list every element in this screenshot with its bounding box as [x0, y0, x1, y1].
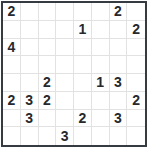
empty-cell-r7c8[interactable] [127, 110, 145, 128]
clue-cell-r5c7: 3 [110, 74, 128, 92]
empty-cell-r2c7[interactable] [110, 21, 128, 39]
empty-cell-r8c2[interactable] [21, 127, 39, 145]
clue-cell-r1c7: 2 [110, 3, 128, 21]
empty-cell-r7c4[interactable] [56, 110, 74, 128]
empty-cell-r7c3[interactable] [39, 110, 57, 128]
clue-cell-r1c1: 2 [3, 3, 21, 21]
clue-cell-r3c1: 4 [3, 39, 21, 57]
empty-cell-r1c5[interactable] [74, 3, 92, 21]
empty-cell-r7c1[interactable] [3, 110, 21, 128]
empty-cell-r3c5[interactable] [74, 39, 92, 57]
empty-cell-r6c4[interactable] [56, 92, 74, 110]
clue-cell-r6c8: 2 [127, 92, 145, 110]
empty-cell-r4c8[interactable] [127, 56, 145, 74]
clue-cell-r7c7: 3 [110, 110, 128, 128]
empty-cell-r6c7[interactable] [110, 92, 128, 110]
empty-cell-r8c7[interactable] [110, 127, 128, 145]
empty-cell-r5c5[interactable] [74, 74, 92, 92]
empty-cell-r7c6[interactable] [92, 110, 110, 128]
clue-cell-r6c2: 3 [21, 92, 39, 110]
empty-cell-r8c3[interactable] [39, 127, 57, 145]
empty-cell-r2c6[interactable] [92, 21, 110, 39]
empty-cell-r4c3[interactable] [39, 56, 57, 74]
empty-cell-r3c7[interactable] [110, 39, 128, 57]
empty-cell-r2c2[interactable] [21, 21, 39, 39]
empty-cell-r3c3[interactable] [39, 39, 57, 57]
clue-cell-r7c5: 2 [74, 110, 92, 128]
empty-cell-r2c4[interactable] [56, 21, 74, 39]
clue-cell-r5c3: 2 [39, 74, 57, 92]
empty-cell-r8c5[interactable] [74, 127, 92, 145]
empty-cell-r2c3[interactable] [39, 21, 57, 39]
empty-cell-r8c6[interactable] [92, 127, 110, 145]
empty-cell-r5c1[interactable] [3, 74, 21, 92]
empty-cell-r5c8[interactable] [127, 74, 145, 92]
empty-cell-r1c6[interactable] [92, 3, 110, 21]
clue-cell-r6c1: 2 [3, 92, 21, 110]
puzzle-stage: 2212421323223233 [0, 0, 150, 150]
clue-cell-r6c3: 2 [39, 92, 57, 110]
empty-cell-r4c7[interactable] [110, 56, 128, 74]
minesweeper-board: 2212421323223233 [1, 1, 147, 147]
empty-cell-r3c8[interactable] [127, 39, 145, 57]
empty-cell-r4c4[interactable] [56, 56, 74, 74]
clue-cell-r2c8: 2 [127, 21, 145, 39]
empty-cell-r3c4[interactable] [56, 39, 74, 57]
empty-cell-r6c5[interactable] [74, 92, 92, 110]
empty-cell-r5c4[interactable] [56, 74, 74, 92]
empty-cell-r1c8[interactable] [127, 3, 145, 21]
empty-cell-r4c6[interactable] [92, 56, 110, 74]
empty-cell-r6c6[interactable] [92, 92, 110, 110]
clue-cell-r7c2: 3 [21, 110, 39, 128]
empty-cell-r1c4[interactable] [56, 3, 74, 21]
empty-cell-r3c6[interactable] [92, 39, 110, 57]
empty-cell-r5c2[interactable] [21, 74, 39, 92]
empty-cell-r1c3[interactable] [39, 3, 57, 21]
clue-cell-r5c6: 1 [92, 74, 110, 92]
empty-cell-r4c1[interactable] [3, 56, 21, 74]
empty-cell-r4c5[interactable] [74, 56, 92, 74]
empty-cell-r3c2[interactable] [21, 39, 39, 57]
empty-cell-r4c2[interactable] [21, 56, 39, 74]
empty-cell-r8c8[interactable] [127, 127, 145, 145]
empty-cell-r1c2[interactable] [21, 3, 39, 21]
empty-cell-r2c1[interactable] [3, 21, 21, 39]
clue-cell-r8c4: 3 [56, 127, 74, 145]
clue-cell-r2c5: 1 [74, 21, 92, 39]
empty-cell-r8c1[interactable] [3, 127, 21, 145]
